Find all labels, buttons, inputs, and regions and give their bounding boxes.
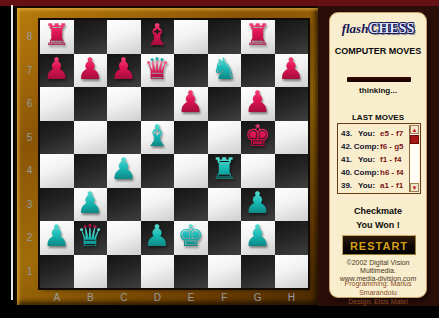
square-b4[interactable] <box>74 154 108 188</box>
square-g2[interactable]: ♟ <box>241 221 275 255</box>
rank-label-1: 1 <box>19 255 40 289</box>
teal-rook[interactable]: ♜ <box>211 152 238 185</box>
square-a6[interactable] <box>40 87 74 121</box>
move-who: Comp: <box>353 140 380 153</box>
pink-bishop[interactable]: ♝ <box>144 18 171 51</box>
move-num: 40. <box>340 166 353 179</box>
move-row: 40.Comp:h6 - f4 <box>340 166 409 179</box>
square-e5[interactable] <box>174 121 208 155</box>
square-d5[interactable]: ♝ <box>141 121 175 155</box>
file-label-d: D <box>141 289 175 307</box>
move-row: 42.Comp:f6 - g5 <box>340 140 409 153</box>
square-a2[interactable]: ♟ <box>40 221 74 255</box>
square-g3[interactable]: ♟ <box>241 188 275 222</box>
teal-pawn[interactable]: ♟ <box>77 186 104 219</box>
teal-pawn[interactable]: ♟ <box>43 219 70 252</box>
teal-pawn[interactable]: ♟ <box>144 219 171 252</box>
flashchess-app: 87654321 ♜♝♜♟♟♟♛♞♟♟♟♝♚♟♜♟♟♟♛♟♚♟ ABCDEFGH… <box>0 0 439 318</box>
square-b8[interactable] <box>74 20 108 54</box>
pink-pawn[interactable]: ♟ <box>177 85 204 118</box>
square-a1[interactable] <box>40 255 74 289</box>
file-label-c: C <box>107 289 141 307</box>
square-e4[interactable] <box>174 154 208 188</box>
square-h1[interactable] <box>275 255 309 289</box>
square-e2[interactable]: ♚ <box>174 221 208 255</box>
move-who: You: <box>353 127 380 140</box>
move-who: Comp: <box>353 166 380 179</box>
square-b1[interactable] <box>74 255 108 289</box>
rank-label-5: 5 <box>19 121 40 155</box>
square-c8[interactable] <box>107 20 141 54</box>
move-num: 42. <box>340 140 353 153</box>
square-c7[interactable]: ♟ <box>107 54 141 88</box>
teal-knight[interactable]: ♞ <box>211 52 238 85</box>
last-moves-label: LAST MOVES <box>330 113 426 122</box>
square-c2[interactable] <box>107 221 141 255</box>
pink-pawn[interactable]: ♟ <box>244 85 271 118</box>
square-e6[interactable]: ♟ <box>174 87 208 121</box>
square-h4[interactable] <box>275 154 309 188</box>
move-val: f1 - f4 <box>380 153 401 166</box>
square-a8[interactable]: ♜ <box>40 20 74 54</box>
square-b6[interactable] <box>74 87 108 121</box>
square-b5[interactable] <box>74 121 108 155</box>
square-e8[interactable] <box>174 20 208 54</box>
square-c4[interactable]: ♟ <box>107 154 141 188</box>
file-label-h: H <box>275 289 309 307</box>
square-g7[interactable] <box>241 54 275 88</box>
move-val: f6 - g5 <box>380 140 404 153</box>
teal-pawn[interactable]: ♟ <box>244 219 271 252</box>
square-h2[interactable] <box>275 221 309 255</box>
square-b2[interactable]: ♛ <box>74 221 108 255</box>
square-c6[interactable] <box>107 87 141 121</box>
file-labels: ABCDEFGH <box>40 289 308 307</box>
square-c5[interactable] <box>107 121 141 155</box>
square-f5[interactable] <box>208 121 242 155</box>
teal-pawn[interactable]: ♟ <box>244 186 271 219</box>
square-f6[interactable] <box>208 87 242 121</box>
file-label-f: F <box>208 289 242 307</box>
board-squares[interactable]: ♜♝♜♟♟♟♛♞♟♟♟♝♚♟♜♟♟♟♛♟♚♟ <box>40 20 308 288</box>
square-h3[interactable] <box>275 188 309 222</box>
moves-rows: 43.You:e5 - f742.Comp:f6 - g541.You:f1 -… <box>340 127 409 192</box>
move-row: 41.You:f1 - f4 <box>340 153 409 166</box>
square-g5[interactable]: ♚ <box>241 121 275 155</box>
square-c1[interactable] <box>107 255 141 289</box>
move-row: 43.You:e5 - f7 <box>340 127 409 140</box>
square-h5[interactable] <box>275 121 309 155</box>
pink-pawn[interactable]: ♟ <box>77 52 104 85</box>
rank-label-6: 6 <box>19 87 40 121</box>
move-who: You: <box>353 153 380 166</box>
rank-label-8: 8 <box>19 20 40 54</box>
chess-board-frame: 87654321 ♜♝♜♟♟♟♛♞♟♟♟♝♚♟♜♟♟♟♛♟♚♟ ABCDEFGH <box>15 6 318 305</box>
programming-credit: Programming: Marius Smarandoiu <box>330 279 426 297</box>
square-d1[interactable] <box>141 255 175 289</box>
square-a4[interactable] <box>40 154 74 188</box>
move-val: a1 - f1 <box>380 179 403 192</box>
scroll-up-icon[interactable]: ▲ <box>410 125 419 134</box>
square-e7[interactable] <box>174 54 208 88</box>
left-window-edge <box>11 5 13 300</box>
design-credit: Design: Elsis Matei <box>330 297 426 306</box>
rank-label-4: 4 <box>19 154 40 188</box>
square-b3[interactable]: ♟ <box>74 188 108 222</box>
computer-moves-label: COMPUTER MOVES <box>330 46 426 57</box>
square-f8[interactable] <box>208 20 242 54</box>
scroll-down-icon[interactable]: ▼ <box>410 183 419 192</box>
move-val: h6 - f4 <box>380 166 404 179</box>
square-g8[interactable]: ♜ <box>241 20 275 54</box>
square-f7[interactable]: ♞ <box>208 54 242 88</box>
square-g1[interactable] <box>241 255 275 289</box>
square-d3[interactable] <box>141 188 175 222</box>
square-d4[interactable] <box>141 154 175 188</box>
square-c3[interactable] <box>107 188 141 222</box>
square-f4[interactable]: ♜ <box>208 154 242 188</box>
you-won-status: You Won ! <box>330 220 426 230</box>
square-a7[interactable]: ♟ <box>40 54 74 88</box>
square-g4[interactable] <box>241 154 275 188</box>
move-row: 39.You:a1 - f1 <box>340 179 409 192</box>
thinking-status: thinking... <box>330 86 426 95</box>
square-f2[interactable] <box>208 221 242 255</box>
rank-labels: 87654321 <box>19 20 40 288</box>
teal-queen[interactable]: ♛ <box>77 219 104 252</box>
square-f3[interactable] <box>208 188 242 222</box>
move-num: 41. <box>340 153 353 166</box>
square-e3[interactable] <box>174 188 208 222</box>
square-d7[interactable]: ♛ <box>141 54 175 88</box>
restart-button[interactable]: RESTART <box>342 235 416 255</box>
pink-rook[interactable]: ♜ <box>244 18 271 51</box>
thinking-progress-bar <box>347 77 411 82</box>
square-a3[interactable] <box>40 188 74 222</box>
move-who: You: <box>353 179 380 192</box>
pink-rook[interactable]: ♜ <box>43 18 70 51</box>
rank-label-3: 3 <box>19 188 40 222</box>
square-f1[interactable] <box>208 255 242 289</box>
moves-scrollbar[interactable]: ▲ ▼ <box>409 125 419 192</box>
pink-queen[interactable]: ♛ <box>144 52 171 85</box>
pink-pawn[interactable]: ♟ <box>110 52 137 85</box>
logo-chess-text: CHESS <box>368 21 414 36</box>
rank-label-2: 2 <box>19 221 40 255</box>
move-num: 39. <box>340 179 353 192</box>
copyright-line: ©2002 Digital Vision Multimedia. <box>330 259 426 275</box>
square-d8[interactable]: ♝ <box>141 20 175 54</box>
checkmate-status: Checkmate <box>330 206 426 216</box>
file-label-g: G <box>241 289 275 307</box>
rank-label-7: 7 <box>19 54 40 88</box>
teal-pawn[interactable]: ♟ <box>110 152 137 185</box>
file-label-e: E <box>174 289 208 307</box>
pink-pawn[interactable]: ♟ <box>278 52 305 85</box>
move-val: e5 - f7 <box>380 127 403 140</box>
square-d6[interactable] <box>141 87 175 121</box>
square-a5[interactable] <box>40 121 74 155</box>
pink-king[interactable]: ♚ <box>244 119 271 152</box>
flashchess-logo: flashCHESS <box>330 19 426 37</box>
sidebar-panel: flashCHESS COMPUTER MOVES thinking... LA… <box>329 12 427 298</box>
square-h6[interactable] <box>275 87 309 121</box>
square-e1[interactable] <box>174 255 208 289</box>
scrollbar-thumb[interactable] <box>410 135 419 144</box>
moves-list-box: 43.You:e5 - f742.Comp:f6 - g541.You:f1 -… <box>337 123 421 194</box>
teal-king[interactable]: ♚ <box>177 219 204 252</box>
square-b7[interactable]: ♟ <box>74 54 108 88</box>
pink-pawn[interactable]: ♟ <box>43 52 70 85</box>
square-g6[interactable]: ♟ <box>241 87 275 121</box>
logo-flash-text: flash <box>342 21 369 36</box>
teal-bishop[interactable]: ♝ <box>144 119 171 152</box>
file-label-b: B <box>74 289 108 307</box>
file-label-a: A <box>40 289 74 307</box>
move-num: 43. <box>340 127 353 140</box>
square-h8[interactable] <box>275 20 309 54</box>
square-d2[interactable]: ♟ <box>141 221 175 255</box>
square-h7[interactable]: ♟ <box>275 54 309 88</box>
author-credits: Programming: Marius Smarandoiu Design: E… <box>330 279 426 306</box>
